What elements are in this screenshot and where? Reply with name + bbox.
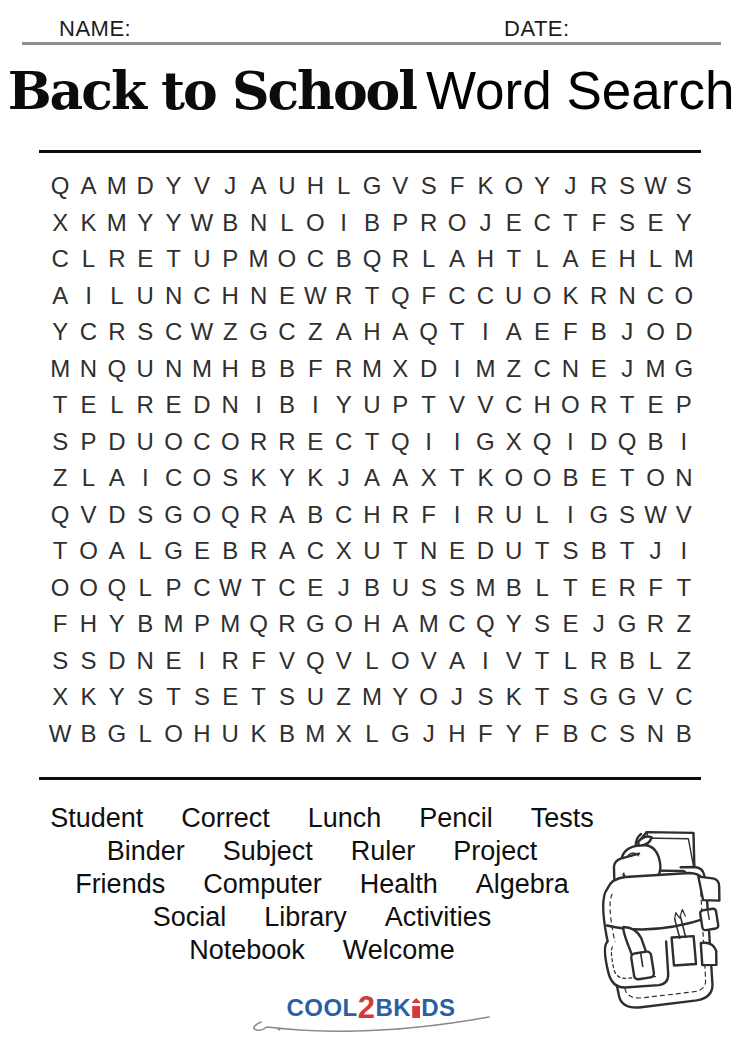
grid-cell[interactable]: G <box>585 497 613 534</box>
grid-cell[interactable]: R <box>244 497 272 534</box>
grid-cell[interactable]: R <box>585 387 613 424</box>
grid-cell[interactable]: I <box>556 424 584 461</box>
grid-cell[interactable]: O <box>188 497 216 534</box>
grid-cell[interactable]: L <box>528 570 556 607</box>
grid-cell[interactable]: G <box>244 314 272 351</box>
grid-cell[interactable]: F <box>528 716 556 753</box>
grid-cell[interactable]: M <box>103 168 131 205</box>
grid-cell[interactable]: I <box>244 387 272 424</box>
grid-cell[interactable]: M <box>216 606 244 643</box>
grid-cell[interactable]: Y <box>159 168 187 205</box>
grid-cell[interactable]: C <box>641 278 669 315</box>
grid-cell[interactable]: M <box>358 679 386 716</box>
grid-cell[interactable]: O <box>74 533 102 570</box>
grid-cell[interactable]: S <box>131 497 159 534</box>
grid-cell[interactable]: A <box>500 314 528 351</box>
grid-cell[interactable]: Q <box>386 424 414 461</box>
grid-cell[interactable]: U <box>131 278 159 315</box>
grid-cell[interactable]: V <box>329 643 357 680</box>
grid-cell[interactable]: A <box>556 241 584 278</box>
grid-cell[interactable]: Y <box>500 716 528 753</box>
grid-cell[interactable]: X <box>329 716 357 753</box>
word-item[interactable]: Correct <box>181 802 270 835</box>
grid-cell[interactable]: I <box>188 643 216 680</box>
grid-cell[interactable]: A <box>103 533 131 570</box>
grid-cell[interactable]: H <box>528 387 556 424</box>
grid-cell[interactable]: G <box>670 351 698 388</box>
grid-cell[interactable]: Z <box>46 460 74 497</box>
grid-cell[interactable]: P <box>386 387 414 424</box>
grid-cell[interactable]: X <box>386 351 414 388</box>
grid-cell[interactable]: M <box>159 606 187 643</box>
grid-cell[interactable]: T <box>159 241 187 278</box>
grid-cell[interactable]: M <box>471 570 499 607</box>
grid-cell[interactable]: Q <box>358 241 386 278</box>
grid-cell[interactable]: J <box>613 314 641 351</box>
grid-cell[interactable]: H <box>358 606 386 643</box>
grid-cell[interactable]: T <box>500 241 528 278</box>
grid-cell[interactable]: V <box>641 679 669 716</box>
grid-cell[interactable]: L <box>556 643 584 680</box>
grid-cell[interactable]: O <box>500 168 528 205</box>
grid-cell[interactable]: H <box>358 314 386 351</box>
grid-cell[interactable]: K <box>471 460 499 497</box>
grid-cell[interactable]: J <box>329 460 357 497</box>
grid-cell[interactable]: V <box>386 168 414 205</box>
grid-cell[interactable]: C <box>74 314 102 351</box>
grid-cell[interactable]: D <box>670 314 698 351</box>
grid-cell[interactable]: W <box>188 314 216 351</box>
grid-cell[interactable]: O <box>641 314 669 351</box>
grid-cell[interactable]: J <box>556 168 584 205</box>
grid-cell[interactable]: M <box>358 351 386 388</box>
grid-cell[interactable]: C <box>329 497 357 534</box>
grid-cell[interactable]: E <box>641 205 669 242</box>
grid-cell[interactable]: O <box>74 570 102 607</box>
grid-cell[interactable]: E <box>301 424 329 461</box>
grid-cell[interactable]: E <box>585 241 613 278</box>
grid-cell[interactable]: S <box>131 679 159 716</box>
grid-cell[interactable]: G <box>103 716 131 753</box>
grid-cell[interactable]: S <box>528 606 556 643</box>
grid-cell[interactable]: R <box>244 533 272 570</box>
grid-cell[interactable]: R <box>585 643 613 680</box>
word-item[interactable]: Algebra <box>476 868 569 901</box>
grid-cell[interactable]: C <box>528 205 556 242</box>
grid-cell[interactable]: R <box>613 570 641 607</box>
grid-cell[interactable]: U <box>216 716 244 753</box>
grid-cell[interactable]: U <box>500 497 528 534</box>
grid-cell[interactable]: G <box>471 424 499 461</box>
grid-cell[interactable]: W <box>216 570 244 607</box>
grid-cell[interactable]: C <box>301 241 329 278</box>
grid-cell[interactable]: T <box>244 570 272 607</box>
grid-cell[interactable]: S <box>46 424 74 461</box>
grid-cell[interactable]: S <box>415 570 443 607</box>
grid-cell[interactable]: B <box>500 570 528 607</box>
word-item[interactable]: Welcome <box>343 934 455 967</box>
grid-cell[interactable]: S <box>471 679 499 716</box>
grid-cell[interactable]: O <box>216 424 244 461</box>
grid-cell[interactable]: N <box>159 278 187 315</box>
grid-cell[interactable]: T <box>528 643 556 680</box>
grid-cell[interactable]: N <box>613 278 641 315</box>
grid-cell[interactable]: K <box>301 460 329 497</box>
grid-cell[interactable]: D <box>585 424 613 461</box>
grid-cell[interactable]: B <box>273 351 301 388</box>
grid-cell[interactable]: R <box>415 205 443 242</box>
grid-cell[interactable]: F <box>244 643 272 680</box>
grid-cell[interactable]: M <box>471 351 499 388</box>
grid-cell[interactable]: J <box>471 205 499 242</box>
word-item[interactable]: Ruler <box>351 835 416 868</box>
grid-cell[interactable]: F <box>641 570 669 607</box>
grid-cell[interactable]: Y <box>103 606 131 643</box>
grid-cell[interactable]: A <box>103 460 131 497</box>
grid-cell[interactable]: M <box>415 606 443 643</box>
grid-cell[interactable]: L <box>358 643 386 680</box>
grid-cell[interactable]: L <box>641 643 669 680</box>
grid-cell[interactable]: E <box>443 533 471 570</box>
grid-cell[interactable]: O <box>528 278 556 315</box>
grid-cell[interactable]: R <box>585 278 613 315</box>
grid-cell[interactable]: P <box>386 205 414 242</box>
grid-cell[interactable]: U <box>358 533 386 570</box>
grid-cell[interactable]: S <box>273 679 301 716</box>
grid-cell[interactable]: I <box>556 497 584 534</box>
grid-cell[interactable]: E <box>159 643 187 680</box>
grid-cell[interactable]: Q <box>103 351 131 388</box>
grid-cell[interactable]: I <box>131 460 159 497</box>
grid-cell[interactable]: M <box>301 716 329 753</box>
grid-cell[interactable]: Z <box>301 314 329 351</box>
grid-cell[interactable]: V <box>415 643 443 680</box>
grid-cell[interactable]: Y <box>46 314 74 351</box>
grid-cell[interactable]: R <box>244 424 272 461</box>
grid-cell[interactable]: C <box>273 570 301 607</box>
grid-cell[interactable]: S <box>415 168 443 205</box>
grid-cell[interactable]: S <box>131 314 159 351</box>
grid-cell[interactable]: F <box>46 606 74 643</box>
grid-cell[interactable]: D <box>131 168 159 205</box>
grid-cell[interactable]: B <box>585 314 613 351</box>
grid-cell[interactable]: S <box>613 205 641 242</box>
grid-cell[interactable]: D <box>415 351 443 388</box>
grid-cell[interactable]: Q <box>613 424 641 461</box>
grid-cell[interactable]: R <box>103 241 131 278</box>
grid-cell[interactable]: L <box>131 570 159 607</box>
grid-cell[interactable]: U <box>386 570 414 607</box>
grid-cell[interactable]: E <box>641 387 669 424</box>
grid-cell[interactable]: R <box>585 168 613 205</box>
grid-cell[interactable]: I <box>471 314 499 351</box>
grid-cell[interactable]: Y <box>159 205 187 242</box>
grid-cell[interactable]: Q <box>528 424 556 461</box>
grid-cell[interactable]: B <box>556 716 584 753</box>
grid-cell[interactable]: R <box>329 278 357 315</box>
grid-cell[interactable]: U <box>301 679 329 716</box>
grid-cell[interactable]: V <box>471 387 499 424</box>
grid-cell[interactable]: Q <box>301 643 329 680</box>
grid-cell[interactable]: X <box>500 424 528 461</box>
grid-cell[interactable]: D <box>188 387 216 424</box>
grid-cell[interactable]: O <box>159 716 187 753</box>
grid-cell[interactable]: H <box>301 168 329 205</box>
grid-cell[interactable]: Y <box>386 679 414 716</box>
grid-cell[interactable]: O <box>443 205 471 242</box>
grid-cell[interactable]: P <box>670 387 698 424</box>
word-item[interactable]: Lunch <box>308 802 382 835</box>
grid-cell[interactable]: V <box>273 643 301 680</box>
grid-cell[interactable]: J <box>329 570 357 607</box>
word-item[interactable]: Health <box>360 868 438 901</box>
grid-cell[interactable]: P <box>188 606 216 643</box>
grid-cell[interactable]: I <box>670 424 698 461</box>
grid-cell[interactable]: N <box>641 716 669 753</box>
grid-cell[interactable]: G <box>613 606 641 643</box>
grid-cell[interactable]: G <box>613 679 641 716</box>
grid-cell[interactable]: C <box>443 606 471 643</box>
grid-cell[interactable]: T <box>443 314 471 351</box>
grid-cell[interactable]: C <box>188 570 216 607</box>
grid-cell[interactable]: O <box>500 460 528 497</box>
grid-cell[interactable]: S <box>188 679 216 716</box>
grid-cell[interactable]: T <box>443 460 471 497</box>
grid-cell[interactable]: X <box>46 679 74 716</box>
grid-cell[interactable]: Z <box>329 679 357 716</box>
grid-cell[interactable]: F <box>471 716 499 753</box>
grid-cell[interactable]: H <box>74 606 102 643</box>
word-item[interactable]: Pencil <box>419 802 493 835</box>
grid-cell[interactable]: X <box>415 460 443 497</box>
grid-cell[interactable]: C <box>471 278 499 315</box>
grid-cell[interactable]: A <box>46 278 74 315</box>
grid-cell[interactable]: B <box>556 460 584 497</box>
grid-cell[interactable]: K <box>74 205 102 242</box>
grid-cell[interactable]: N <box>159 351 187 388</box>
grid-cell[interactable]: R <box>131 387 159 424</box>
grid-cell[interactable]: M <box>641 351 669 388</box>
grid-cell[interactable]: E <box>301 570 329 607</box>
grid-cell[interactable]: M <box>46 351 74 388</box>
grid-cell[interactable]: L <box>329 168 357 205</box>
grid-cell[interactable]: U <box>188 241 216 278</box>
grid-cell[interactable]: U <box>500 533 528 570</box>
grid-cell[interactable]: O <box>641 460 669 497</box>
grid-cell[interactable]: T <box>556 570 584 607</box>
grid-cell[interactable]: O <box>46 570 74 607</box>
grid-cell[interactable]: T <box>670 570 698 607</box>
grid-cell[interactable]: N <box>216 387 244 424</box>
grid-cell[interactable]: N <box>244 205 272 242</box>
grid-cell[interactable]: J <box>641 533 669 570</box>
grid-cell[interactable]: C <box>670 679 698 716</box>
grid-cell[interactable]: S <box>613 497 641 534</box>
grid-cell[interactable]: S <box>216 460 244 497</box>
grid-cell[interactable]: D <box>471 533 499 570</box>
grid-cell[interactable]: O <box>159 424 187 461</box>
grid-cell[interactable]: C <box>500 387 528 424</box>
grid-cell[interactable]: B <box>74 716 102 753</box>
grid-cell[interactable]: F <box>585 205 613 242</box>
grid-cell[interactable]: G <box>358 168 386 205</box>
grid-cell[interactable]: E <box>273 278 301 315</box>
grid-cell[interactable]: O <box>386 643 414 680</box>
word-item[interactable]: Notebook <box>189 934 305 967</box>
grid-cell[interactable]: O <box>415 679 443 716</box>
grid-cell[interactable]: I <box>443 424 471 461</box>
grid-cell[interactable]: L <box>641 241 669 278</box>
grid-cell[interactable]: Y <box>670 205 698 242</box>
grid-cell[interactable]: T <box>613 533 641 570</box>
grid-cell[interactable]: Q <box>103 570 131 607</box>
grid-cell[interactable]: I <box>301 387 329 424</box>
grid-cell[interactable]: E <box>585 460 613 497</box>
grid-cell[interactable]: F <box>301 351 329 388</box>
grid-cell[interactable]: I <box>74 278 102 315</box>
grid-cell[interactable]: T <box>159 679 187 716</box>
grid-cell[interactable]: S <box>556 679 584 716</box>
grid-cell[interactable]: T <box>46 533 74 570</box>
grid-cell[interactable]: T <box>528 533 556 570</box>
grid-cell[interactable]: A <box>273 533 301 570</box>
grid-cell[interactable]: A <box>329 314 357 351</box>
grid-cell[interactable]: H <box>216 278 244 315</box>
grid-cell[interactable]: E <box>528 314 556 351</box>
grid-cell[interactable]: N <box>415 533 443 570</box>
grid-cell[interactable]: L <box>358 716 386 753</box>
grid-cell[interactable]: U <box>131 424 159 461</box>
grid-cell[interactable]: L <box>131 716 159 753</box>
grid-cell[interactable]: Z <box>216 314 244 351</box>
grid-cell[interactable]: Y <box>131 205 159 242</box>
grid-cell[interactable]: K <box>471 168 499 205</box>
grid-cell[interactable]: Z <box>500 351 528 388</box>
grid-cell[interactable]: A <box>358 460 386 497</box>
grid-cell[interactable]: Z <box>670 606 698 643</box>
grid-cell[interactable]: T <box>46 387 74 424</box>
grid-cell[interactable]: C <box>273 314 301 351</box>
grid-cell[interactable]: G <box>585 679 613 716</box>
grid-cell[interactable]: W <box>46 716 74 753</box>
grid-cell[interactable]: R <box>103 314 131 351</box>
grid-cell[interactable]: R <box>641 606 669 643</box>
grid-cell[interactable]: A <box>244 168 272 205</box>
grid-cell[interactable]: O <box>273 241 301 278</box>
word-item[interactable]: Friends <box>75 868 165 901</box>
grid-cell[interactable]: K <box>556 278 584 315</box>
grid-cell[interactable]: W <box>188 205 216 242</box>
grid-cell[interactable]: B <box>641 424 669 461</box>
grid-cell[interactable]: J <box>585 606 613 643</box>
grid-cell[interactable]: G <box>159 497 187 534</box>
grid-cell[interactable]: R <box>329 351 357 388</box>
grid-cell[interactable]: C <box>329 424 357 461</box>
grid-cell[interactable]: C <box>159 460 187 497</box>
grid-cell[interactable]: L <box>528 241 556 278</box>
grid-cell[interactable]: N <box>556 351 584 388</box>
grid-cell[interactable]: I <box>443 497 471 534</box>
grid-cell[interactable]: O <box>329 606 357 643</box>
grid-cell[interactable]: B <box>244 351 272 388</box>
grid-cell[interactable]: T <box>528 679 556 716</box>
grid-cell[interactable]: H <box>443 716 471 753</box>
word-item[interactable]: Tests <box>531 802 594 835</box>
grid-cell[interactable]: Q <box>386 278 414 315</box>
grid-cell[interactable]: B <box>358 570 386 607</box>
grid-cell[interactable]: C <box>301 533 329 570</box>
grid-cell[interactable]: R <box>273 606 301 643</box>
grid-cell[interactable]: A <box>443 643 471 680</box>
grid-cell[interactable]: W <box>641 168 669 205</box>
grid-cell[interactable]: C <box>188 424 216 461</box>
grid-cell[interactable]: J <box>415 716 443 753</box>
grid-cell[interactable]: N <box>670 460 698 497</box>
grid-cell[interactable]: G <box>301 606 329 643</box>
grid-cell[interactable]: T <box>556 205 584 242</box>
grid-cell[interactable]: H <box>216 351 244 388</box>
grid-cell[interactable]: Q <box>46 168 74 205</box>
grid-cell[interactable]: M <box>103 205 131 242</box>
grid-cell[interactable]: C <box>528 351 556 388</box>
grid-cell[interactable]: I <box>329 205 357 242</box>
grid-cell[interactable]: B <box>301 497 329 534</box>
grid-cell[interactable]: K <box>244 716 272 753</box>
grid-cell[interactable]: B <box>216 205 244 242</box>
grid-cell[interactable]: E <box>585 351 613 388</box>
grid-cell[interactable]: B <box>670 716 698 753</box>
grid-cell[interactable]: T <box>358 424 386 461</box>
grid-cell[interactable]: Z <box>670 643 698 680</box>
grid-cell[interactable]: F <box>556 314 584 351</box>
grid-cell[interactable]: Q <box>46 497 74 534</box>
grid-cell[interactable]: G <box>386 716 414 753</box>
grid-cell[interactable]: G <box>159 533 187 570</box>
grid-cell[interactable]: F <box>415 278 443 315</box>
grid-cell[interactable]: W <box>641 497 669 534</box>
grid-cell[interactable]: B <box>131 606 159 643</box>
grid-cell[interactable]: S <box>613 168 641 205</box>
grid-cell[interactable]: S <box>670 168 698 205</box>
grid-cell[interactable]: L <box>273 205 301 242</box>
word-item[interactable]: Binder <box>107 835 185 868</box>
grid-cell[interactable]: V <box>74 497 102 534</box>
grid-cell[interactable]: N <box>131 643 159 680</box>
grid-cell[interactable]: E <box>556 606 584 643</box>
grid-cell[interactable]: J <box>613 351 641 388</box>
grid-cell[interactable]: O <box>188 460 216 497</box>
grid-cell[interactable]: B <box>273 387 301 424</box>
grid-cell[interactable]: U <box>500 278 528 315</box>
grid-cell[interactable]: M <box>670 241 698 278</box>
word-item[interactable]: Activities <box>385 901 492 934</box>
grid-cell[interactable]: I <box>670 533 698 570</box>
grid-cell[interactable]: P <box>74 424 102 461</box>
grid-cell[interactable]: V <box>188 168 216 205</box>
grid-cell[interactable]: T <box>613 387 641 424</box>
grid-cell[interactable]: A <box>386 606 414 643</box>
grid-cell[interactable]: L <box>103 387 131 424</box>
grid-cell[interactable]: T <box>613 460 641 497</box>
grid-cell[interactable]: C <box>443 278 471 315</box>
grid-cell[interactable]: L <box>103 278 131 315</box>
grid-cell[interactable]: A <box>386 460 414 497</box>
grid-cell[interactable]: L <box>74 241 102 278</box>
grid-cell[interactable]: R <box>216 643 244 680</box>
word-item[interactable]: Subject <box>223 835 313 868</box>
grid-cell[interactable]: A <box>443 241 471 278</box>
grid-cell[interactable]: V <box>500 643 528 680</box>
